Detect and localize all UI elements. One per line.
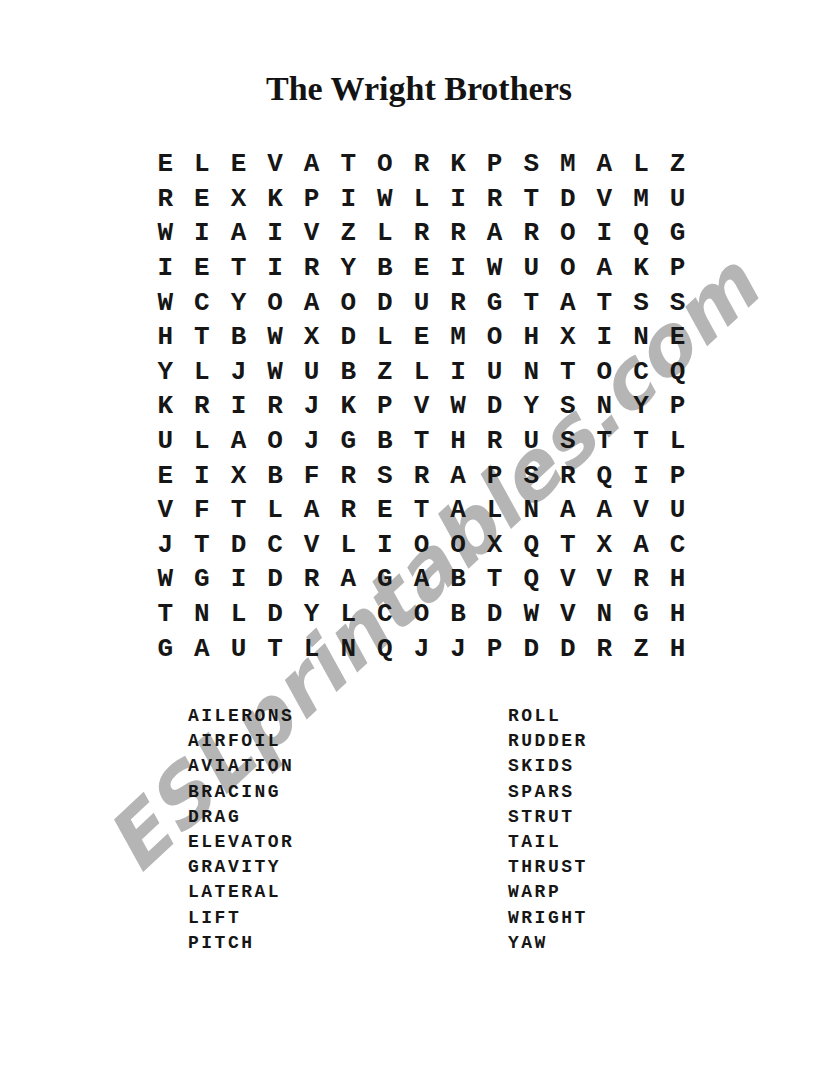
grid-cell-r14c7[interactable]: C — [367, 597, 404, 632]
grid-cell-r7c5[interactable]: U — [293, 355, 330, 390]
word-item-aviation[interactable]: AVIATION — [188, 754, 294, 779]
grid-cell-r9c11[interactable]: U — [513, 424, 550, 459]
word-item-warp[interactable]: WARP — [508, 880, 588, 905]
grid-cell-r5c13[interactable]: T — [586, 285, 623, 320]
grid-cell-r1c9[interactable]: K — [440, 147, 477, 182]
grid-cell-r15c12[interactable]: D — [550, 631, 587, 666]
grid-cell-r12c10[interactable]: X — [476, 528, 513, 563]
word-list-left: AILERONSAIRFOILAVIATIONBRACINGDRAGELEVAT… — [188, 704, 294, 956]
grid-cell-r4c8[interactable]: E — [403, 251, 440, 286]
grid-cell-r8c4[interactable]: R — [257, 389, 294, 424]
grid-cell-r8c1[interactable]: K — [147, 389, 184, 424]
word-item-wright[interactable]: WRIGHT — [508, 906, 588, 931]
page-title: The Wright Brothers — [0, 72, 838, 106]
grid-cell-r11c12[interactable]: A — [550, 493, 587, 528]
grid-cell-r8c13[interactable]: N — [586, 389, 623, 424]
grid-cell-r2c3[interactable]: X — [220, 182, 257, 217]
grid-cell-r7c14[interactable]: C — [623, 355, 660, 390]
grid-cell-r7c9[interactable]: I — [440, 355, 477, 390]
word-search-grid: ELEVATORKPSMALZREXKPIWLIRTDVMUWIAIVZLRRA… — [147, 147, 696, 666]
grid-cell-r3c3[interactable]: A — [220, 216, 257, 251]
grid-cell-r15c2[interactable]: A — [184, 631, 221, 666]
grid-cell-r14c4[interactable]: D — [257, 597, 294, 632]
grid-cell-r9c10[interactable]: R — [476, 424, 513, 459]
grid-cell-r6c1[interactable]: H — [147, 320, 184, 355]
grid-cell-r12c13[interactable]: X — [586, 528, 623, 563]
grid-cell-r5c7[interactable]: D — [367, 285, 404, 320]
grid-cell-r1c10[interactable]: P — [476, 147, 513, 182]
grid-cell-r7c13[interactable]: O — [586, 355, 623, 390]
grid-cell-r9c9[interactable]: H — [440, 424, 477, 459]
grid-cell-r3c14[interactable]: Q — [623, 216, 660, 251]
grid-cell-r4c2[interactable]: E — [184, 251, 221, 286]
grid-cell-r10c14[interactable]: I — [623, 458, 660, 493]
grid-cell-r9c5[interactable]: J — [293, 424, 330, 459]
grid-cell-r3c1[interactable]: W — [147, 216, 184, 251]
grid-cell-r10c7[interactable]: S — [367, 458, 404, 493]
grid-cell-r4c7[interactable]: B — [367, 251, 404, 286]
grid-cell-r1c1[interactable]: E — [147, 147, 184, 182]
grid-cell-r12c8[interactable]: O — [403, 528, 440, 563]
grid-cell-r11c3[interactable]: T — [220, 493, 257, 528]
grid-cell-r6c15[interactable]: E — [659, 320, 696, 355]
grid-cell-r9c1[interactable]: U — [147, 424, 184, 459]
word-item-airfoil[interactable]: AIRFOIL — [188, 729, 294, 754]
grid-cell-r7c8[interactable]: L — [403, 355, 440, 390]
grid-cell-r9c13[interactable]: T — [586, 424, 623, 459]
grid-cell-r10c13[interactable]: Q — [586, 458, 623, 493]
grid-cell-r14c6[interactable]: L — [330, 597, 367, 632]
grid-cell-r1c11[interactable]: S — [513, 147, 550, 182]
grid-cell-r3c4[interactable]: I — [257, 216, 294, 251]
grid-cell-r3c13[interactable]: I — [586, 216, 623, 251]
grid-cell-r10c4[interactable]: B — [257, 458, 294, 493]
grid-cell-r13c1[interactable]: W — [147, 562, 184, 597]
grid-cell-r15c5[interactable]: L — [293, 631, 330, 666]
grid-cell-r9c4[interactable]: O — [257, 424, 294, 459]
word-item-bracing[interactable]: BRACING — [188, 780, 294, 805]
word-item-lateral[interactable]: LATERAL — [188, 880, 294, 905]
grid-cell-r2c10[interactable]: R — [476, 182, 513, 217]
grid-cell-r2c5[interactable]: P — [293, 182, 330, 217]
grid-cell-r11c6[interactable]: R — [330, 493, 367, 528]
grid-cell-r7c15[interactable]: Q — [659, 355, 696, 390]
grid-cell-r15c15[interactable]: H — [659, 631, 696, 666]
grid-cell-r5c10[interactable]: G — [476, 285, 513, 320]
grid-cell-r5c3[interactable]: Y — [220, 285, 257, 320]
grid-cell-r10c3[interactable]: X — [220, 458, 257, 493]
grid-cell-r14c13[interactable]: N — [586, 597, 623, 632]
grid-cell-r9c3[interactable]: A — [220, 424, 257, 459]
grid-cell-r11c4[interactable]: L — [257, 493, 294, 528]
grid-cell-r8c11[interactable]: Y — [513, 389, 550, 424]
grid-cell-r12c6[interactable]: L — [330, 528, 367, 563]
grid-cell-r6c11[interactable]: H — [513, 320, 550, 355]
grid-cell-r4c1[interactable]: I — [147, 251, 184, 286]
grid-cell-r10c6[interactable]: R — [330, 458, 367, 493]
grid-cell-r6c2[interactable]: T — [184, 320, 221, 355]
grid-cell-r5c1[interactable]: W — [147, 285, 184, 320]
grid-cell-r15c1[interactable]: G — [147, 631, 184, 666]
grid-cell-r15c7[interactable]: Q — [367, 631, 404, 666]
grid-cell-r10c11[interactable]: S — [513, 458, 550, 493]
grid-cell-r15c14[interactable]: Z — [623, 631, 660, 666]
grid-cell-r10c5[interactable]: F — [293, 458, 330, 493]
grid-cell-r5c11[interactable]: T — [513, 285, 550, 320]
grid-cell-r1c7[interactable]: O — [367, 147, 404, 182]
grid-cell-r10c2[interactable]: I — [184, 458, 221, 493]
grid-cell-r9c14[interactable]: T — [623, 424, 660, 459]
grid-cell-r14c8[interactable]: O — [403, 597, 440, 632]
grid-cell-r11c7[interactable]: E — [367, 493, 404, 528]
grid-cell-r2c14[interactable]: M — [623, 182, 660, 217]
grid-cell-r7c7[interactable]: Z — [367, 355, 404, 390]
grid-cell-r6c13[interactable]: I — [586, 320, 623, 355]
grid-cell-r13c14[interactable]: R — [623, 562, 660, 597]
grid-cell-r13c2[interactable]: G — [184, 562, 221, 597]
grid-cell-r6c14[interactable]: N — [623, 320, 660, 355]
grid-cell-r10c9[interactable]: A — [440, 458, 477, 493]
grid-cell-r7c2[interactable]: L — [184, 355, 221, 390]
grid-cell-r5c5[interactable]: A — [293, 285, 330, 320]
grid-cell-r11c13[interactable]: A — [586, 493, 623, 528]
grid-cell-r2c1[interactable]: R — [147, 182, 184, 217]
grid-cell-r2c9[interactable]: I — [440, 182, 477, 217]
grid-cell-r8c3[interactable]: I — [220, 389, 257, 424]
grid-cell-r15c3[interactable]: U — [220, 631, 257, 666]
grid-cell-r7c12[interactable]: T — [550, 355, 587, 390]
grid-cell-r12c9[interactable]: O — [440, 528, 477, 563]
word-item-rudder[interactable]: RUDDER — [508, 729, 588, 754]
grid-cell-r7c3[interactable]: J — [220, 355, 257, 390]
word-item-strut[interactable]: STRUT — [508, 805, 588, 830]
grid-cell-r14c14[interactable]: G — [623, 597, 660, 632]
grid-cell-r4c10[interactable]: W — [476, 251, 513, 286]
word-item-thrust[interactable]: THRUST — [508, 855, 588, 880]
grid-cell-r11c11[interactable]: N — [513, 493, 550, 528]
grid-cell-r12c7[interactable]: I — [367, 528, 404, 563]
grid-cell-r8c10[interactable]: D — [476, 389, 513, 424]
grid-cell-r2c7[interactable]: W — [367, 182, 404, 217]
grid-cell-r1c5[interactable]: A — [293, 147, 330, 182]
grid-cell-r15c6[interactable]: N — [330, 631, 367, 666]
grid-cell-r13c3[interactable]: I — [220, 562, 257, 597]
grid-cell-r3c9[interactable]: R — [440, 216, 477, 251]
grid-cell-r13c15[interactable]: H — [659, 562, 696, 597]
grid-cell-r8c6[interactable]: K — [330, 389, 367, 424]
grid-cell-r1c2[interactable]: L — [184, 147, 221, 182]
grid-cell-r5c12[interactable]: A — [550, 285, 587, 320]
grid-cell-r3c12[interactable]: O — [550, 216, 587, 251]
grid-cell-r6c9[interactable]: M — [440, 320, 477, 355]
grid-cell-r9c15[interactable]: L — [659, 424, 696, 459]
grid-cell-r4c9[interactable]: I — [440, 251, 477, 286]
grid-cell-r13c6[interactable]: A — [330, 562, 367, 597]
grid-cell-r10c12[interactable]: R — [550, 458, 587, 493]
grid-cell-r3c11[interactable]: R — [513, 216, 550, 251]
grid-cell-r13c10[interactable]: T — [476, 562, 513, 597]
grid-cell-r13c11[interactable]: Q — [513, 562, 550, 597]
grid-cell-r4c6[interactable]: Y — [330, 251, 367, 286]
grid-cell-r11c5[interactable]: A — [293, 493, 330, 528]
grid-cell-r6c5[interactable]: X — [293, 320, 330, 355]
grid-cell-r5c6[interactable]: O — [330, 285, 367, 320]
grid-cell-r5c9[interactable]: R — [440, 285, 477, 320]
grid-cell-r12c15[interactable]: C — [659, 528, 696, 563]
grid-cell-r14c9[interactable]: B — [440, 597, 477, 632]
grid-cell-r6c8[interactable]: E — [403, 320, 440, 355]
grid-cell-r12c3[interactable]: D — [220, 528, 257, 563]
grid-cell-r14c3[interactable]: L — [220, 597, 257, 632]
grid-cell-r12c5[interactable]: V — [293, 528, 330, 563]
grid-cell-r4c12[interactable]: O — [550, 251, 587, 286]
grid-cell-r1c6[interactable]: T — [330, 147, 367, 182]
grid-cell-r1c8[interactable]: R — [403, 147, 440, 182]
grid-cell-r8c14[interactable]: Y — [623, 389, 660, 424]
grid-cell-r1c15[interactable]: Z — [659, 147, 696, 182]
word-item-skids[interactable]: SKIDS — [508, 754, 588, 779]
grid-cell-r9c7[interactable]: B — [367, 424, 404, 459]
grid-cell-r8c5[interactable]: J — [293, 389, 330, 424]
grid-cell-r15c8[interactable]: J — [403, 631, 440, 666]
word-item-yaw[interactable]: YAW — [508, 931, 588, 956]
grid-cell-r12c11[interactable]: Q — [513, 528, 550, 563]
grid-cell-r2c11[interactable]: T — [513, 182, 550, 217]
grid-cell-r15c9[interactable]: J — [440, 631, 477, 666]
grid-cell-r4c15[interactable]: P — [659, 251, 696, 286]
grid-cell-r13c5[interactable]: R — [293, 562, 330, 597]
grid-cell-r11c14[interactable]: V — [623, 493, 660, 528]
grid-cell-r13c9[interactable]: B — [440, 562, 477, 597]
word-item-tail[interactable]: TAIL — [508, 830, 588, 855]
grid-cell-r14c15[interactable]: H — [659, 597, 696, 632]
grid-cell-r5c14[interactable]: S — [623, 285, 660, 320]
grid-cell-r4c14[interactable]: K — [623, 251, 660, 286]
grid-cell-r9c6[interactable]: G — [330, 424, 367, 459]
grid-cell-r5c2[interactable]: C — [184, 285, 221, 320]
grid-cell-r3c5[interactable]: V — [293, 216, 330, 251]
grid-cell-r13c7[interactable]: G — [367, 562, 404, 597]
grid-cell-r4c13[interactable]: A — [586, 251, 623, 286]
grid-cell-r8c2[interactable]: R — [184, 389, 221, 424]
grid-cell-r2c15[interactable]: U — [659, 182, 696, 217]
grid-cell-r10c8[interactable]: R — [403, 458, 440, 493]
grid-cell-r8c7[interactable]: P — [367, 389, 404, 424]
grid-cell-r11c15[interactable]: U — [659, 493, 696, 528]
grid-cell-r3c6[interactable]: Z — [330, 216, 367, 251]
grid-cell-r11c9[interactable]: A — [440, 493, 477, 528]
grid-cell-r6c6[interactable]: D — [330, 320, 367, 355]
grid-cell-r11c1[interactable]: V — [147, 493, 184, 528]
grid-cell-r15c4[interactable]: T — [257, 631, 294, 666]
grid-cell-r6c10[interactable]: O — [476, 320, 513, 355]
word-item-pitch[interactable]: PITCH — [188, 931, 294, 956]
grid-cell-r3c8[interactable]: R — [403, 216, 440, 251]
grid-cell-r4c5[interactable]: R — [293, 251, 330, 286]
grid-cell-r13c8[interactable]: A — [403, 562, 440, 597]
grid-cell-r12c14[interactable]: A — [623, 528, 660, 563]
grid-cell-r13c13[interactable]: V — [586, 562, 623, 597]
grid-cell-r9c12[interactable]: S — [550, 424, 587, 459]
grid-cell-r15c11[interactable]: D — [513, 631, 550, 666]
grid-cell-r7c10[interactable]: U — [476, 355, 513, 390]
grid-cell-r1c13[interactable]: A — [586, 147, 623, 182]
grid-cell-r2c2[interactable]: E — [184, 182, 221, 217]
grid-cell-r8c12[interactable]: S — [550, 389, 587, 424]
grid-cell-r10c1[interactable]: E — [147, 458, 184, 493]
grid-cell-r5c15[interactable]: S — [659, 285, 696, 320]
grid-cell-r11c8[interactable]: T — [403, 493, 440, 528]
grid-cell-r8c8[interactable]: V — [403, 389, 440, 424]
grid-cell-r14c2[interactable]: N — [184, 597, 221, 632]
grid-cell-r3c15[interactable]: G — [659, 216, 696, 251]
grid-cell-r3c2[interactable]: I — [184, 216, 221, 251]
grid-cell-r10c15[interactable]: P — [659, 458, 696, 493]
grid-cell-r6c4[interactable]: W — [257, 320, 294, 355]
grid-cell-r12c12[interactable]: T — [550, 528, 587, 563]
grid-cell-r15c13[interactable]: R — [586, 631, 623, 666]
grid-cell-r6c7[interactable]: L — [367, 320, 404, 355]
grid-cell-r13c4[interactable]: D — [257, 562, 294, 597]
grid-cell-r6c12[interactable]: X — [550, 320, 587, 355]
word-item-ailerons[interactable]: AILERONS — [188, 704, 294, 729]
worksheet-page: The Wright Brothers ESLprintables.com EL… — [0, 0, 838, 1086]
word-list-right: ROLLRUDDERSKIDSSPARSSTRUTTAILTHRUSTWARPW… — [508, 704, 588, 956]
grid-cell-r14c11[interactable]: W — [513, 597, 550, 632]
grid-cell-r11c2[interactable]: F — [184, 493, 221, 528]
grid-cell-r12c1[interactable]: J — [147, 528, 184, 563]
grid-cell-r14c12[interactable]: V — [550, 597, 587, 632]
grid-cell-r14c1[interactable]: T — [147, 597, 184, 632]
grid-cell-r2c6[interactable]: I — [330, 182, 367, 217]
grid-cell-r2c4[interactable]: K — [257, 182, 294, 217]
grid-cell-r1c3[interactable]: E — [220, 147, 257, 182]
grid-cell-r9c8[interactable]: T — [403, 424, 440, 459]
grid-cell-r1c12[interactable]: M — [550, 147, 587, 182]
grid-cell-r8c9[interactable]: W — [440, 389, 477, 424]
grid-cell-r5c4[interactable]: O — [257, 285, 294, 320]
grid-cell-r1c14[interactable]: L — [623, 147, 660, 182]
grid-cell-r7c11[interactable]: N — [513, 355, 550, 390]
grid-cell-r11c10[interactable]: L — [476, 493, 513, 528]
grid-cell-r3c10[interactable]: A — [476, 216, 513, 251]
grid-cell-r1c4[interactable]: V — [257, 147, 294, 182]
grid-cell-r13c12[interactable]: V — [550, 562, 587, 597]
grid-cell-r7c4[interactable]: W — [257, 355, 294, 390]
grid-cell-r12c4[interactable]: C — [257, 528, 294, 563]
grid-cell-r3c7[interactable]: L — [367, 216, 404, 251]
grid-cell-r12c2[interactable]: T — [184, 528, 221, 563]
grid-cell-r15c10[interactable]: P — [476, 631, 513, 666]
word-item-elevator[interactable]: ELEVATOR — [188, 830, 294, 855]
grid-cell-r14c10[interactable]: D — [476, 597, 513, 632]
word-item-roll[interactable]: ROLL — [508, 704, 588, 729]
grid-cell-r6c3[interactable]: B — [220, 320, 257, 355]
grid-cell-r4c11[interactable]: U — [513, 251, 550, 286]
grid-cell-r5c8[interactable]: U — [403, 285, 440, 320]
word-item-spars[interactable]: SPARS — [508, 780, 588, 805]
grid-cell-r8c15[interactable]: P — [659, 389, 696, 424]
grid-cell-r4c3[interactable]: T — [220, 251, 257, 286]
word-item-drag[interactable]: DRAG — [188, 805, 294, 830]
grid-cell-r2c8[interactable]: L — [403, 182, 440, 217]
grid-cell-r9c2[interactable]: L — [184, 424, 221, 459]
grid-cell-r7c1[interactable]: Y — [147, 355, 184, 390]
grid-cell-r4c4[interactable]: I — [257, 251, 294, 286]
grid-cell-r14c5[interactable]: Y — [293, 597, 330, 632]
grid-cell-r10c10[interactable]: P — [476, 458, 513, 493]
grid-cell-r2c12[interactable]: D — [550, 182, 587, 217]
word-item-lift[interactable]: LIFT — [188, 906, 294, 931]
grid-cell-r2c13[interactable]: V — [586, 182, 623, 217]
word-item-gravity[interactable]: GRAVITY — [188, 855, 294, 880]
grid-cell-r7c6[interactable]: B — [330, 355, 367, 390]
